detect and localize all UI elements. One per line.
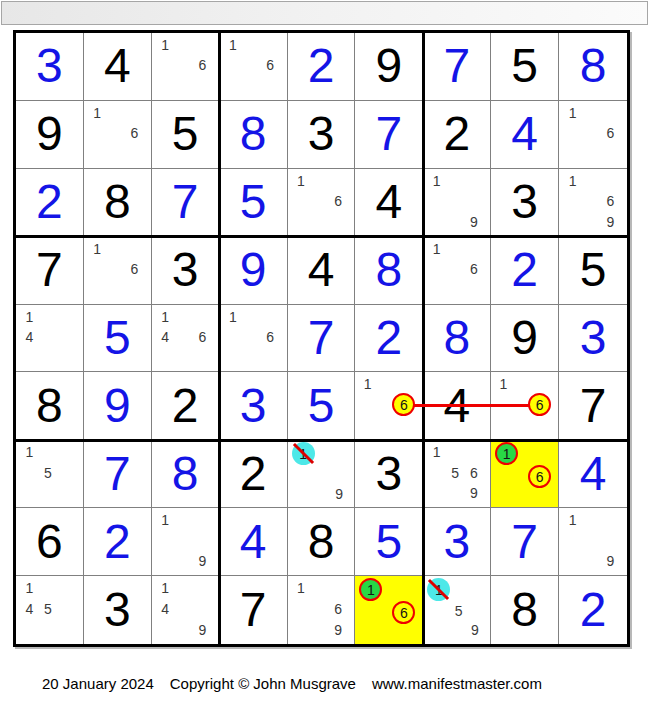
footer: 20 January 2024 Copyright © John Musgrav… [42,675,542,692]
cell-r1c8[interactable]: 5 [491,33,559,101]
cell-r2c6[interactable]: 7 [355,101,423,169]
cell-r4c4[interactable]: 9 [220,237,288,305]
cell-r5c2[interactable]: 5 [84,305,152,373]
cell-value: 2 [16,169,83,236]
cell-r3c7[interactable]: 19 [423,169,491,237]
box-divider-vertical-2 [422,33,425,644]
cell-r1c5[interactable]: 2 [288,33,356,101]
cell-value: 4 [220,508,287,575]
pencil-mark-1: 1 [359,374,375,393]
pencil-marks: 19 [423,169,490,236]
cell-r7c6[interactable]: 3 [355,440,423,508]
cell-r5c8[interactable]: 9 [491,305,559,373]
pencil-mark-5: 5 [446,463,465,483]
pencil-mark-1: 1 [156,578,175,599]
footer-date: 20 January 2024 [42,675,154,692]
cell-value: 7 [288,305,355,372]
cell-value: 8 [559,33,627,100]
cell-r3c4[interactable]: 5 [220,169,288,237]
cell-r4c8[interactable]: 2 [491,237,559,305]
cell-r7c3[interactable]: 8 [152,440,220,508]
cell-r4c3[interactable]: 3 [152,237,220,305]
cell-r6c2[interactable]: 9 [84,372,152,440]
chain-candidate-circle: 6 [392,601,415,624]
pencil-mark-1: 1 [88,103,107,123]
pencil-mark-1: 1 [88,239,107,259]
pencil-mark-6: 6 [261,327,280,347]
pencil-mark-6: 6 [392,601,415,624]
pencil-mark-6: 6 [125,259,144,279]
cell-r5c4[interactable]: 16 [220,305,288,373]
cell-value: 2 [355,305,422,372]
cell-value: 9 [355,33,422,100]
eliminated-candidate-circle: 1 [292,442,315,465]
sudoku-board: 3416162975891658372416287516419316971639… [13,30,630,647]
cell-value: 8 [152,440,219,507]
cell-r4c5[interactable]: 4 [288,237,356,305]
cell-value: 7 [152,169,219,236]
pencil-mark-5: 5 [39,599,58,620]
cell-r3c2[interactable]: 8 [84,169,152,237]
cell-r1c2[interactable]: 4 [84,33,152,101]
pencil-marks: 145 [16,576,83,644]
pencil-mark-6: 6 [465,259,484,279]
pencil-marks: 16 [355,372,422,439]
placed-candidate-circle: 1 [495,442,518,465]
pencil-mark-1: 1 [563,103,582,123]
cell-r6c6[interactable]: 16 [355,372,423,440]
window-topbar [1,1,648,25]
pencil-mark-9: 9 [601,211,620,231]
cell-value: 5 [220,169,287,236]
pencil-marks: 1569 [423,440,490,507]
pencil-marks: 16 [491,440,558,507]
pencil-mark-1: 1 [20,578,39,599]
cell-r9c6[interactable]: 16 [355,576,423,644]
cell-value: 3 [84,576,151,644]
pencil-marks: 19 [559,508,627,575]
cell-value: 8 [84,169,151,236]
cell-value: 3 [559,305,627,372]
pencil-mark-6: 6 [329,599,348,620]
cell-value: 7 [16,237,83,304]
cell-value: 7 [559,372,627,439]
pencil-marks: 16 [152,33,219,100]
cell-value: 3 [220,372,287,439]
pencil-mark-1: 1 [224,35,243,55]
cell-value: 5 [491,33,558,100]
pencil-marks: 16 [84,101,151,168]
pencil-mark-1: 1 [563,171,582,191]
cell-r2c4[interactable]: 8 [220,101,288,169]
cell-value: 7 [491,508,558,575]
pencil-mark-9: 9 [329,619,348,640]
cell-r3c5[interactable]: 16 [288,169,356,237]
pencil-mark-9: 9 [193,619,212,640]
cell-r6c3[interactable]: 2 [152,372,220,440]
pencil-mark-6: 6 [193,327,212,347]
pencil-mark-6: 6 [601,191,620,211]
cell-r6c4[interactable]: 3 [220,372,288,440]
pencil-marks: 149 [152,576,219,644]
cell-value: 7 [84,440,151,507]
cell-r2c3[interactable]: 5 [152,101,220,169]
cell-value: 2 [152,372,219,439]
pencil-mark-9: 9 [331,484,347,503]
cell-value: 5 [355,508,422,575]
cell-r4c7[interactable]: 16 [423,237,491,305]
cell-r3c9[interactable]: 169 [559,169,627,237]
pencil-marks: 15 [16,440,83,507]
pencil-mark-1: 1 [427,239,446,259]
cell-r1c1[interactable]: 3 [16,33,84,101]
pencil-mark-6: 6 [125,123,144,143]
cell-r5c6[interactable]: 2 [355,305,423,373]
pencil-mark-1: 1 [224,307,243,327]
cell-r1c3[interactable]: 16 [152,33,220,101]
cell-value: 7 [220,576,287,644]
pencil-mark-6: 6 [193,55,212,75]
cell-r4c9[interactable]: 5 [559,237,627,305]
page: 3416162975891658372416287516419316971639… [0,0,650,720]
pencil-marks: 169 [288,576,355,644]
cell-value: 3 [16,33,83,100]
cell-value: 7 [355,101,422,168]
cell-value: 9 [491,305,558,372]
pencil-mark-9: 9 [601,551,620,571]
cell-r8c2[interactable]: 2 [84,508,152,576]
cell-r8c9[interactable]: 19 [559,508,627,576]
cell-r4c1[interactable]: 7 [16,237,84,305]
pencil-mark-1: 1 [563,510,582,530]
cell-value: 4 [491,101,558,168]
cell-r2c7[interactable]: 2 [423,101,491,169]
cell-value: 4 [288,237,355,304]
chain-link-line [406,404,542,407]
chain-candidate-circle: 6 [528,465,551,488]
cell-r8c1[interactable]: 6 [16,508,84,576]
cell-r5c7[interactable]: 8 [423,305,491,373]
cell-value: 8 [288,508,355,575]
cell-r9c1[interactable]: 145 [16,576,84,644]
cell-value: 6 [16,508,83,575]
pencil-mark-6: 6 [261,55,280,75]
cell-value: 9 [16,101,83,168]
pencil-mark-1: 1 [495,374,511,393]
cell-value: 2 [423,101,490,168]
pencil-marks: 16 [288,169,355,236]
pencil-mark-6: 6 [528,465,551,488]
pencil-mark-1: 1 [20,307,39,327]
pencil-marks: 19 [288,440,355,507]
cell-value: 5 [288,372,355,439]
cell-value: 9 [220,237,287,304]
cell-value: 3 [491,169,558,236]
cell-r5c3[interactable]: 146 [152,305,220,373]
pencil-mark-6: 6 [465,463,484,483]
eliminated-candidate-circle: 1 [427,578,450,601]
pencil-mark-9: 9 [467,621,483,640]
cell-value: 2 [559,576,627,644]
cell-r5c1[interactable]: 14 [16,305,84,373]
pencil-mark-1: 1 [156,307,175,327]
pencil-mark-4: 4 [20,599,39,620]
pencil-mark-6: 6 [329,191,348,211]
pencil-mark-1: 1 [495,442,518,465]
cell-r9c7[interactable]: 159 [423,576,491,644]
pencil-mark-4: 4 [156,327,175,347]
cell-value: 2 [491,237,558,304]
cell-r8c6[interactable]: 5 [355,508,423,576]
cell-r3c8[interactable]: 3 [491,169,559,237]
pencil-marks: 16 [559,101,627,168]
pencil-mark-1: 1 [427,578,450,601]
box-divider-vertical-1 [218,33,221,644]
cell-value: 3 [355,440,422,507]
cell-value: 9 [84,372,151,439]
pencil-mark-6: 6 [392,393,415,416]
pencil-marks: 16 [355,576,422,644]
cell-r3c3[interactable]: 7 [152,169,220,237]
cell-r7c7[interactable]: 1569 [423,440,491,508]
pencil-mark-6: 6 [601,123,620,143]
cell-r8c8[interactable]: 7 [491,508,559,576]
cell-r9c3[interactable]: 149 [152,576,220,644]
cell-r4c2[interactable]: 16 [84,237,152,305]
cell-r8c4[interactable]: 4 [220,508,288,576]
pencil-mark-1: 1 [292,171,311,191]
footer-copyright: Copyright © John Musgrave [170,675,356,692]
pencil-marks: 14 [16,305,83,372]
pencil-mark-9: 9 [193,551,212,571]
pencil-mark-1: 1 [156,510,175,530]
cell-r7c8[interactable]: 16 [491,440,559,508]
pencil-mark-5: 5 [39,463,58,483]
pencil-marks: 146 [152,305,219,372]
cell-r2c5[interactable]: 3 [288,101,356,169]
box-divider-horizontal-2 [16,439,627,442]
cell-value: 4 [355,169,422,236]
cell-r7c1[interactable]: 15 [16,440,84,508]
pencil-marks: 16 [220,33,287,100]
pencil-mark-4: 4 [20,327,39,347]
pencil-mark-1: 1 [427,442,446,462]
cell-r8c3[interactable]: 19 [152,508,220,576]
cell-value: 8 [220,101,287,168]
pencil-mark-5: 5 [450,601,466,620]
pencil-marks: 159 [423,576,490,644]
cell-value: 4 [559,440,627,507]
cell-r7c2[interactable]: 7 [84,440,152,508]
cell-r2c8[interactable]: 4 [491,101,559,169]
cell-r7c4[interactable]: 2 [220,440,288,508]
chain-candidate-circle: 6 [392,393,415,416]
pencil-marks: 16 [220,305,287,372]
cell-r7c5[interactable]: 19 [288,440,356,508]
placed-candidate-circle: 1 [359,578,382,601]
cell-value: 4 [84,33,151,100]
cell-r3c6[interactable]: 4 [355,169,423,237]
cell-r8c7[interactable]: 3 [423,508,491,576]
cell-r9c9[interactable]: 2 [559,576,627,644]
pencil-marks: 16 [84,237,151,304]
chain-candidate-circle: 6 [528,393,551,416]
cell-value: 2 [288,33,355,100]
cell-value: 8 [16,372,83,439]
cell-r1c4[interactable]: 16 [220,33,288,101]
pencil-mark-1: 1 [156,35,175,55]
cell-value: 5 [152,101,219,168]
cell-value: 2 [220,440,287,507]
cell-r5c5[interactable]: 7 [288,305,356,373]
cell-value: 8 [355,237,422,304]
cell-value: 5 [559,237,627,304]
pencil-marks: 19 [152,508,219,575]
cell-r9c2[interactable]: 3 [84,576,152,644]
pencil-mark-4: 4 [156,599,175,620]
cell-r6c9[interactable]: 7 [559,372,627,440]
cell-r4c6[interactable]: 8 [355,237,423,305]
cell-r5c9[interactable]: 3 [559,305,627,373]
cell-value: 8 [423,305,490,372]
pencil-mark-1: 1 [427,171,446,191]
cell-value: 3 [288,101,355,168]
box-divider-horizontal-1 [16,235,627,238]
cell-r1c6[interactable]: 9 [355,33,423,101]
pencil-marks: 16 [423,237,490,304]
pencil-mark-1: 1 [20,442,39,462]
cell-r2c2[interactable]: 16 [84,101,152,169]
cell-r9c5[interactable]: 169 [288,576,356,644]
cell-r3c1[interactable]: 2 [16,169,84,237]
cell-value: 3 [423,508,490,575]
cell-value: 5 [84,305,151,372]
cell-r2c1[interactable]: 9 [16,101,84,169]
cell-r6c1[interactable]: 8 [16,372,84,440]
pencil-mark-1: 1 [292,578,311,599]
cell-r1c7[interactable]: 7 [423,33,491,101]
cell-r6c5[interactable]: 5 [288,372,356,440]
cell-value: 8 [491,576,558,644]
cell-value: 7 [423,33,490,100]
cell-value: 3 [152,237,219,304]
pencil-mark-1: 1 [292,442,315,465]
cell-r9c8[interactable]: 8 [491,576,559,644]
footer-url: www.manifestmaster.com [372,675,542,692]
cell-r7c9[interactable]: 4 [559,440,627,508]
pencil-mark-6: 6 [528,393,551,416]
pencil-marks: 169 [559,169,627,236]
cell-r2c9[interactable]: 16 [559,101,627,169]
pencil-mark-1: 1 [359,578,382,601]
pencil-mark-9: 9 [465,483,484,503]
cell-value: 2 [84,508,151,575]
pencil-mark-9: 9 [465,211,484,231]
cell-r9c4[interactable]: 7 [220,576,288,644]
cell-r8c5[interactable]: 8 [288,508,356,576]
cell-r1c9[interactable]: 8 [559,33,627,101]
